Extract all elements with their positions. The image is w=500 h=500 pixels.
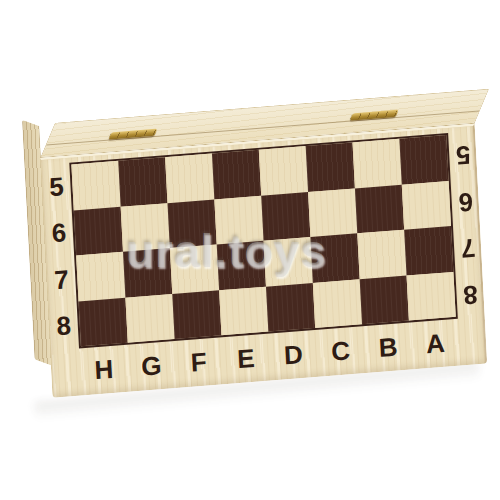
square-c6 (308, 188, 357, 237)
board-frame (69, 133, 458, 349)
square-d8 (266, 282, 315, 331)
square-c5 (306, 142, 355, 191)
square-e7 (217, 241, 266, 290)
rank-label-right-5: 5 (448, 131, 478, 180)
file-label-f: F (174, 337, 224, 387)
square-f6 (167, 199, 216, 248)
square-h6 (74, 206, 123, 255)
file-label-g: G (126, 341, 176, 391)
square-b7 (357, 230, 406, 279)
file-label-d: D (268, 330, 318, 380)
file-label-h: H (79, 345, 129, 395)
square-h7 (76, 252, 125, 301)
square-g6 (121, 203, 170, 252)
square-e6 (214, 195, 263, 244)
square-g8 (125, 294, 174, 343)
rank-label-right-6: 6 (451, 177, 481, 226)
square-e8 (219, 286, 268, 335)
square-e5 (212, 150, 261, 199)
square-f8 (172, 290, 221, 339)
file-label-e: E (221, 334, 271, 384)
square-a8 (407, 271, 456, 320)
printed-board-face: 5678 5678 HGFEDCBA (40, 124, 487, 398)
product-photo: 5678 5678 HGFEDCBA ural.toys (0, 0, 500, 500)
square-c7 (310, 233, 359, 282)
square-b5 (353, 139, 402, 188)
square-f5 (165, 153, 214, 202)
square-h5 (71, 161, 120, 210)
rank-label-left-8: 8 (49, 302, 79, 351)
rank-label-left-6: 6 (44, 209, 74, 258)
square-d6 (261, 192, 310, 241)
square-a7 (404, 226, 453, 275)
square-b6 (355, 184, 404, 233)
square-c8 (313, 279, 362, 328)
rank-label-left-7: 7 (46, 256, 76, 305)
square-g7 (123, 248, 172, 297)
square-g5 (118, 157, 167, 206)
square-f7 (170, 244, 219, 293)
square-d7 (264, 237, 313, 286)
square-d5 (259, 146, 308, 195)
rank-label-left-5: 5 (41, 163, 71, 212)
square-a6 (402, 181, 451, 230)
file-label-c: C (316, 326, 366, 376)
rank-label-right-7: 7 (453, 224, 483, 273)
square-h8 (79, 297, 128, 346)
rank-label-right-8: 8 (455, 270, 485, 319)
square-b8 (360, 275, 409, 324)
square-a5 (399, 135, 448, 184)
file-label-b: B (363, 322, 413, 372)
file-label-a: A (410, 319, 460, 369)
chess-box: 5678 5678 HGFEDCBA (38, 90, 487, 398)
board-grid (71, 135, 455, 346)
